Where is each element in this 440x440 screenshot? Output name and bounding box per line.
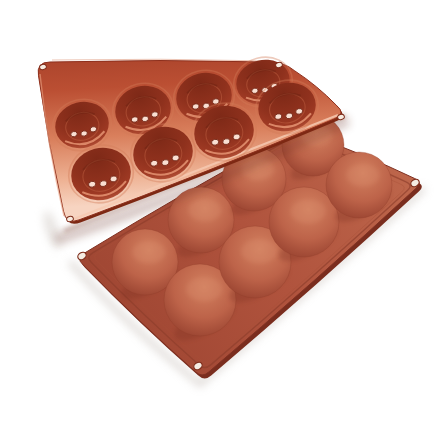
dome-highlight	[346, 164, 379, 186]
dome-highlight	[188, 199, 221, 221]
mold-scene	[0, 0, 440, 440]
dome-highlight	[132, 241, 165, 263]
dome-highlight	[186, 277, 222, 301]
dome-highlight	[291, 200, 326, 224]
dome-highlight	[241, 239, 277, 263]
product-photo	[0, 0, 440, 440]
